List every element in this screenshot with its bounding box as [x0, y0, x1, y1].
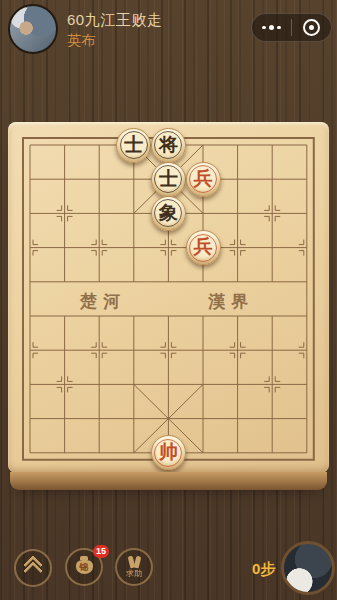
river-label-left: 楚河 — [80, 290, 126, 313]
opponent-name: 英布 — [67, 32, 95, 50]
piece-glyph: 象 — [159, 203, 178, 222]
piece-red-兵[interactable]: 兵 — [186, 162, 221, 197]
target-circle-icon — [303, 19, 320, 36]
praying-hands-icon — [129, 556, 139, 568]
piece-red-兵[interactable]: 兵 — [186, 230, 221, 265]
player-avatar[interactable] — [281, 541, 335, 595]
help-label: 求助 — [126, 570, 142, 578]
piece-black-将[interactable]: 将 — [151, 128, 186, 163]
piece-glyph: 兵 — [194, 169, 213, 188]
hint-bag-button[interactable]: 锦 15 — [65, 548, 103, 586]
money-bag-icon: 锦 — [76, 560, 93, 574]
opponent-avatar[interactable] — [8, 4, 58, 54]
bag-label: 锦 — [80, 563, 89, 572]
piece-red-帅[interactable]: 帅 — [151, 435, 186, 470]
wechat-capsule — [251, 13, 332, 42]
piece-glyph: 将 — [159, 135, 178, 154]
piece-glyph: 帅 — [159, 442, 178, 461]
hint-count-badge: 15 — [93, 545, 109, 558]
xiangqi-board[interactable]: 楚河 漢界 士将士兵象兵帅 — [8, 122, 329, 473]
ellipsis-icon — [262, 25, 281, 31]
piece-black-象[interactable]: 象 — [151, 196, 186, 231]
more-button[interactable] — [252, 14, 291, 41]
piece-glyph: 士 — [159, 169, 178, 188]
piece-black-士[interactable]: 士 — [116, 128, 151, 163]
menu-expand-button[interactable] — [14, 549, 52, 587]
piece-black-士[interactable]: 士 — [151, 162, 186, 197]
piece-glyph: 士 — [124, 135, 143, 154]
river-label-right: 漢界 — [208, 290, 254, 313]
close-minip-button[interactable] — [292, 14, 331, 41]
level-title: 60九江王败走 — [67, 11, 162, 30]
piece-glyph: 兵 — [194, 237, 213, 256]
move-counter: 0步 — [252, 560, 275, 579]
ask-help-button[interactable]: 求助 — [115, 548, 153, 586]
